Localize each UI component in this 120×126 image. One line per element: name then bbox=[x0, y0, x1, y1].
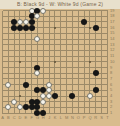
go-stone-white bbox=[87, 93, 93, 99]
grid-line-horizontal bbox=[3, 33, 109, 34]
go-stone-white bbox=[23, 19, 29, 25]
column-label: O bbox=[77, 116, 80, 120]
column-label: A bbox=[1, 116, 4, 120]
go-stone-black bbox=[93, 25, 99, 31]
column-label: L bbox=[60, 116, 62, 120]
grid-line-horizontal bbox=[3, 50, 109, 51]
go-stone-white bbox=[40, 8, 46, 14]
hoshi-point bbox=[54, 27, 56, 29]
column-label: K bbox=[54, 116, 57, 120]
grid-line-horizontal bbox=[3, 44, 109, 45]
row-label: 5 bbox=[110, 88, 112, 92]
go-stone-black bbox=[93, 70, 99, 76]
row-label: 1 bbox=[110, 111, 112, 115]
column-label: N bbox=[71, 116, 74, 120]
kifu-viewer: B: Black 9d - W: White 9d (Game 2) ABCDE… bbox=[0, 0, 120, 126]
grid-line-horizontal bbox=[3, 56, 109, 57]
column-label: S bbox=[100, 116, 103, 120]
hoshi-point bbox=[89, 61, 91, 63]
column-label: T bbox=[106, 116, 108, 120]
column-label: P bbox=[83, 116, 86, 120]
grid-line-vertical bbox=[78, 11, 79, 115]
row-label: 14 bbox=[110, 37, 114, 41]
grid-line-vertical bbox=[2, 11, 3, 115]
column-label: H bbox=[42, 116, 45, 120]
grid-line-horizontal bbox=[3, 101, 109, 102]
row-label: 4 bbox=[110, 94, 112, 98]
row-label: 3 bbox=[110, 100, 112, 104]
go-stone-white bbox=[5, 104, 11, 110]
go-stone-black bbox=[23, 25, 29, 31]
row-label: 11 bbox=[110, 54, 114, 58]
go-stone-black bbox=[29, 25, 35, 31]
go-stone-white bbox=[34, 36, 40, 42]
column-label: E bbox=[24, 116, 27, 120]
row-label: 6 bbox=[110, 83, 112, 87]
row-label: 15 bbox=[110, 31, 114, 35]
column-label: B bbox=[7, 116, 10, 120]
column-label: C bbox=[13, 116, 16, 120]
go-stone-white bbox=[11, 99, 17, 105]
column-label: D bbox=[19, 116, 22, 120]
row-label: 7 bbox=[110, 77, 112, 81]
grid-line-vertical bbox=[101, 11, 102, 115]
column-label: R bbox=[94, 116, 97, 120]
go-stone-black bbox=[69, 93, 75, 99]
go-stone-black bbox=[93, 87, 99, 93]
row-label: 12 bbox=[110, 48, 114, 52]
row-label: 18 bbox=[110, 14, 114, 18]
row-label: 17 bbox=[110, 20, 114, 24]
grid-line-horizontal bbox=[3, 16, 109, 17]
go-stone-white bbox=[34, 13, 40, 19]
grid-line-horizontal bbox=[3, 113, 109, 114]
grid-line-horizontal bbox=[3, 78, 109, 79]
row-label: 10 bbox=[110, 60, 114, 64]
hoshi-point bbox=[19, 61, 21, 63]
go-board: ABCDEFGHJKLMNOPQRST191817161514131211109… bbox=[0, 9, 120, 126]
grid-line-vertical bbox=[60, 11, 61, 115]
hoshi-point bbox=[89, 27, 91, 29]
go-stone-black bbox=[29, 19, 35, 25]
go-stone-black bbox=[23, 104, 29, 110]
go-stone-black bbox=[52, 93, 58, 99]
grid-line-vertical bbox=[66, 11, 67, 115]
row-label: 13 bbox=[110, 43, 114, 47]
grid-line-horizontal bbox=[3, 67, 109, 68]
grid-line-vertical bbox=[84, 11, 85, 115]
go-stone-white bbox=[5, 82, 11, 88]
row-label: 16 bbox=[110, 26, 114, 30]
grid-line-horizontal bbox=[3, 84, 109, 85]
go-stone-white bbox=[34, 70, 40, 76]
go-stone-black bbox=[81, 19, 87, 25]
column-label: G bbox=[36, 116, 39, 120]
go-stone-white bbox=[40, 99, 46, 105]
hoshi-point bbox=[54, 61, 56, 63]
row-label: 2 bbox=[110, 105, 112, 109]
row-label: 19 bbox=[110, 9, 114, 13]
game-info-bar: B: Black 9d - W: White 9d (Game 2) bbox=[0, 0, 120, 9]
grid-line-vertical bbox=[8, 11, 9, 115]
hoshi-point bbox=[19, 95, 21, 97]
grid-line-vertical bbox=[107, 11, 108, 115]
column-label: Q bbox=[88, 116, 91, 120]
column-label: F bbox=[30, 116, 32, 120]
row-label: 9 bbox=[110, 66, 112, 70]
column-label: J bbox=[48, 116, 50, 120]
row-label: 8 bbox=[110, 71, 112, 75]
grid-line-horizontal bbox=[3, 10, 109, 11]
go-stone-black bbox=[23, 82, 29, 88]
grid-line-horizontal bbox=[3, 39, 109, 40]
column-label: M bbox=[65, 116, 68, 120]
